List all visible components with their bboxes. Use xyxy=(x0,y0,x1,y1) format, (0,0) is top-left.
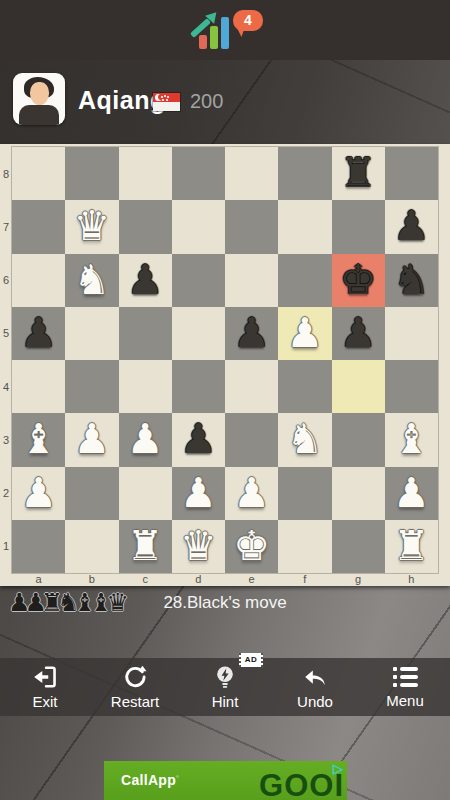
square-g8[interactable]: ♜ xyxy=(332,147,385,200)
piece-bn-h6: ♞ xyxy=(393,254,430,307)
square-b7[interactable]: ♛ xyxy=(65,200,118,253)
file-label-g: g xyxy=(332,573,385,586)
square-f4[interactable] xyxy=(278,360,331,413)
piece-br-g8: ♜ xyxy=(340,147,377,200)
file-label-b: b xyxy=(65,573,118,586)
square-c2[interactable] xyxy=(119,467,172,520)
square-a6[interactable] xyxy=(12,254,65,307)
file-label-d: d xyxy=(172,573,225,586)
file-labels: abcdefgh xyxy=(12,573,438,586)
menu-label: Menu xyxy=(386,692,424,709)
piece-wp-e2: ♟ xyxy=(233,467,270,520)
square-b5[interactable] xyxy=(65,307,118,360)
square-c1[interactable]: ♜ xyxy=(119,520,172,573)
square-e3[interactable] xyxy=(225,413,278,466)
piece-wq-b7: ♛ xyxy=(73,200,110,253)
rank-label-6: 6 xyxy=(0,254,12,307)
square-f6[interactable] xyxy=(278,254,331,307)
square-a8[interactable] xyxy=(12,147,65,200)
status-row: ♟♟♜♞♝♝♛ 28.Black's move xyxy=(0,586,450,636)
piece-wp-b3: ♟ xyxy=(73,413,110,466)
undo-button[interactable]: Undo xyxy=(270,658,360,716)
top-bar: 4 xyxy=(0,0,450,60)
square-e6[interactable] xyxy=(225,254,278,307)
ad-banner[interactable]: CallApp◦ ▷ GOOI xyxy=(104,761,347,800)
piece-bp-e5: ♟ xyxy=(233,307,270,360)
square-f7[interactable] xyxy=(278,200,331,253)
rank-label-5: 5 xyxy=(0,307,12,360)
square-d5[interactable] xyxy=(172,307,225,360)
rank-labels: 87654321 xyxy=(0,147,12,573)
square-a2[interactable]: ♟ xyxy=(12,467,65,520)
exit-button[interactable]: Exit xyxy=(0,658,90,716)
piece-wn-b6: ♞ xyxy=(73,254,110,307)
board-grid: ♜♛♟♞♟♚♞♟♟♟♟♝♟♟♟♞♝♟♟♟♟♜♛♚♜ xyxy=(12,147,438,573)
singapore-flag-icon xyxy=(153,93,180,111)
square-h4[interactable] xyxy=(385,360,438,413)
restart-button[interactable]: Restart xyxy=(90,658,180,716)
square-h6[interactable]: ♞ xyxy=(385,254,438,307)
square-e1[interactable]: ♚ xyxy=(225,520,278,573)
square-h5[interactable] xyxy=(385,307,438,360)
file-label-f: f xyxy=(278,573,331,586)
square-c4[interactable] xyxy=(119,360,172,413)
square-f2[interactable] xyxy=(278,467,331,520)
square-d3[interactable]: ♟ xyxy=(172,413,225,466)
piece-wr-h1: ♜ xyxy=(393,520,430,573)
piece-wp-d2: ♟ xyxy=(180,467,217,520)
square-f1[interactable] xyxy=(278,520,331,573)
piece-bp-a5: ♟ xyxy=(20,307,57,360)
square-e5[interactable]: ♟ xyxy=(225,307,278,360)
piece-bk-g6: ♚ xyxy=(340,254,377,307)
square-g2[interactable] xyxy=(332,467,385,520)
square-h7[interactable]: ♟ xyxy=(385,200,438,253)
square-f8[interactable] xyxy=(278,147,331,200)
player-row: Aqiang 200 xyxy=(0,60,450,144)
square-d2[interactable]: ♟ xyxy=(172,467,225,520)
square-c5[interactable] xyxy=(119,307,172,360)
piece-wp-h2: ♟ xyxy=(393,467,430,520)
menu-button[interactable]: Menu xyxy=(360,658,450,716)
file-label-a: a xyxy=(12,573,65,586)
rank-label-8: 8 xyxy=(0,147,12,200)
piece-wp-f5: ♟ xyxy=(286,307,323,360)
notification-badge: 4 xyxy=(233,10,263,31)
square-h8[interactable] xyxy=(385,147,438,200)
square-a3[interactable]: ♝ xyxy=(12,413,65,466)
app-screen: 4 Aqiang 200 87654321 ♜♛♟♞♟♚♞♟♟♟♟♝♟♟♟♞♝♟… xyxy=(0,0,450,800)
move-status-text: 28.Black's move xyxy=(0,593,450,613)
exit-icon xyxy=(32,664,58,690)
square-a1[interactable] xyxy=(12,520,65,573)
chess-board: 87654321 ♜♛♟♞♟♚♞♟♟♟♟♝♟♟♟♞♝♟♟♟♟♜♛♚♜ abcde… xyxy=(0,144,450,586)
square-b1[interactable] xyxy=(65,520,118,573)
square-g1[interactable] xyxy=(332,520,385,573)
square-c6[interactable]: ♟ xyxy=(119,254,172,307)
piece-wq-d1: ♛ xyxy=(180,520,217,573)
undo-arrow-icon xyxy=(302,664,328,690)
square-d1[interactable]: ♛ xyxy=(172,520,225,573)
square-b3[interactable]: ♟ xyxy=(65,413,118,466)
rank-label-2: 2 xyxy=(0,467,12,520)
piece-bp-d3: ♟ xyxy=(180,413,217,466)
exit-label: Exit xyxy=(32,693,57,710)
square-h1[interactable]: ♜ xyxy=(385,520,438,573)
square-g4[interactable] xyxy=(332,360,385,413)
square-e8[interactable] xyxy=(225,147,278,200)
square-h2[interactable]: ♟ xyxy=(385,467,438,520)
square-f3[interactable]: ♞ xyxy=(278,413,331,466)
square-e7[interactable] xyxy=(225,200,278,253)
square-c7[interactable] xyxy=(119,200,172,253)
square-h3[interactable]: ♝ xyxy=(385,413,438,466)
avatar[interactable] xyxy=(13,73,65,125)
square-b2[interactable] xyxy=(65,467,118,520)
square-e4[interactable] xyxy=(225,360,278,413)
square-a7[interactable] xyxy=(12,200,65,253)
square-e2[interactable]: ♟ xyxy=(225,467,278,520)
ad-brand-logo: CallApp◦ xyxy=(121,772,179,788)
square-a4[interactable] xyxy=(12,360,65,413)
square-c3[interactable]: ♟ xyxy=(119,413,172,466)
toolbar: Exit Restart AD Hint xyxy=(0,658,450,716)
rank-label-7: 7 xyxy=(0,200,12,253)
piece-wb-h3: ♝ xyxy=(393,413,430,466)
square-g3[interactable] xyxy=(332,413,385,466)
hint-bulb-icon xyxy=(212,664,238,690)
square-d6[interactable] xyxy=(172,254,225,307)
square-f5[interactable]: ♟ xyxy=(278,307,331,360)
piece-wp-a2: ♟ xyxy=(20,467,57,520)
rank-label-1: 1 xyxy=(0,520,12,573)
piece-bp-c6: ♟ xyxy=(127,254,164,307)
rank-label-3: 3 xyxy=(0,413,12,466)
square-b4[interactable] xyxy=(65,360,118,413)
restart-icon xyxy=(122,664,148,690)
piece-wn-f3: ♞ xyxy=(286,413,323,466)
file-label-h: h xyxy=(385,573,438,586)
menu-list-icon xyxy=(393,665,418,689)
file-label-c: c xyxy=(119,573,172,586)
square-a5[interactable]: ♟ xyxy=(12,307,65,360)
ad-headline: GOOI xyxy=(259,768,344,800)
piece-bp-h7: ♟ xyxy=(393,200,430,253)
square-b8[interactable] xyxy=(65,147,118,200)
piece-wp-c3: ♟ xyxy=(127,413,164,466)
undo-label: Undo xyxy=(297,693,333,710)
piece-wb-a3: ♝ xyxy=(20,413,57,466)
square-c8[interactable] xyxy=(119,147,172,200)
square-g7[interactable] xyxy=(332,200,385,253)
square-g6[interactable]: ♚ xyxy=(332,254,385,307)
piece-bp-g5: ♟ xyxy=(340,307,377,360)
rank-label-4: 4 xyxy=(0,360,12,413)
square-g5[interactable]: ♟ xyxy=(332,307,385,360)
ad-video-badge: AD xyxy=(239,653,263,667)
hint-button[interactable]: AD Hint xyxy=(180,658,270,716)
hint-label: Hint xyxy=(212,693,239,710)
piece-wk-e1: ♚ xyxy=(233,520,270,573)
stats-chart-icon[interactable]: 4 xyxy=(181,8,269,52)
player-rating: 200 xyxy=(190,90,223,113)
square-d8[interactable] xyxy=(172,147,225,200)
file-label-e: e xyxy=(225,573,278,586)
piece-wr-c1: ♜ xyxy=(127,520,164,573)
square-d4[interactable] xyxy=(172,360,225,413)
square-d7[interactable] xyxy=(172,200,225,253)
restart-label: Restart xyxy=(111,693,159,710)
square-b6[interactable]: ♞ xyxy=(65,254,118,307)
